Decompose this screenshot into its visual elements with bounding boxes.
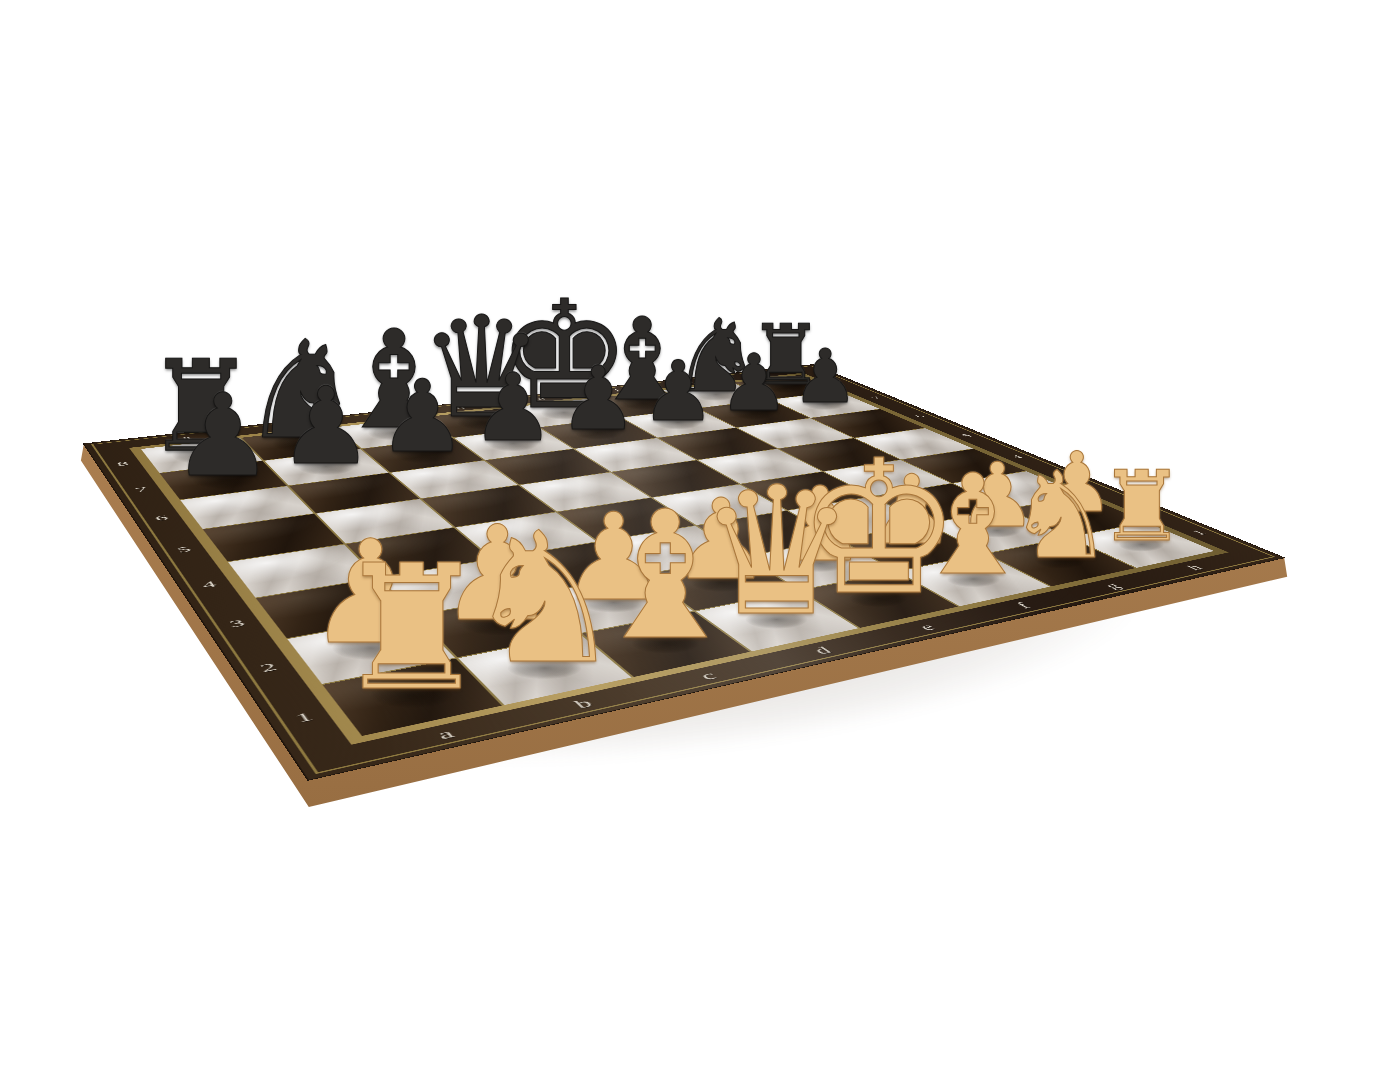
piece-black-pawn-g7[interactable]: ♟: [719, 344, 789, 422]
piece-white-rook-a1[interactable]: ♜: [334, 543, 489, 716]
piece-black-pawn-e7[interactable]: ♟: [559, 355, 638, 443]
piece-black-pawn-h7[interactable]: ♟: [792, 339, 858, 413]
piece-black-pawn-b7[interactable]: ♟: [278, 373, 373, 480]
piece-black-pawn-f7[interactable]: ♟: [641, 349, 715, 432]
piece-black-pawn-d7[interactable]: ♟: [471, 361, 555, 455]
product-photo-scene: 88aa77bb66cc55dd44ee33ff22gg11hh ♜♞♝♟♚♟♛…: [0, 0, 1400, 1082]
coordinate-label-7: 7: [133, 486, 149, 493]
coordinate-label-8: 8: [115, 461, 130, 467]
piece-black-pawn-a7[interactable]: ♟: [172, 379, 274, 493]
piece-black-pawn-c7[interactable]: ♟: [378, 367, 467, 467]
